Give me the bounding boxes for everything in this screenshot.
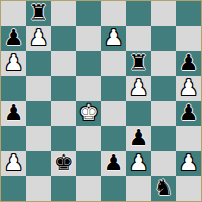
white-pawn: ♟ xyxy=(4,150,24,175)
square-a2[interactable]: ♟ xyxy=(1,151,26,176)
square-b7[interactable]: ♟ xyxy=(26,26,51,51)
square-a3[interactable] xyxy=(1,126,26,151)
black-rook: ♜ xyxy=(29,0,49,25)
square-d7[interactable] xyxy=(76,26,101,51)
square-b2[interactable] xyxy=(26,151,51,176)
square-f2[interactable]: ♟ xyxy=(126,151,151,176)
square-g2[interactable] xyxy=(151,151,176,176)
square-h1[interactable] xyxy=(176,176,201,201)
square-f1[interactable] xyxy=(126,176,151,201)
square-f3[interactable]: ♟ xyxy=(126,126,151,151)
black-knight: ♞ xyxy=(154,175,174,200)
square-g8[interactable] xyxy=(151,1,176,26)
square-g3[interactable] xyxy=(151,126,176,151)
square-d3[interactable] xyxy=(76,126,101,151)
square-h4[interactable]: ♟ xyxy=(176,101,201,126)
square-e8[interactable] xyxy=(101,1,126,26)
square-c2[interactable]: ♚ xyxy=(51,151,76,176)
black-pawn: ♟ xyxy=(4,25,24,50)
square-f6[interactable]: ♜ xyxy=(126,51,151,76)
square-c4[interactable] xyxy=(51,101,76,126)
square-a7[interactable]: ♟ xyxy=(1,26,26,51)
square-d2[interactable] xyxy=(76,151,101,176)
square-f4[interactable] xyxy=(126,101,151,126)
square-c7[interactable] xyxy=(51,26,76,51)
black-pawn: ♟ xyxy=(4,100,24,125)
white-pawn: ♟ xyxy=(129,75,149,100)
square-g1[interactable]: ♞ xyxy=(151,176,176,201)
square-e2[interactable]: ♟ xyxy=(101,151,126,176)
white-pawn: ♟ xyxy=(29,25,49,50)
square-a1[interactable] xyxy=(1,176,26,201)
square-a5[interactable] xyxy=(1,76,26,101)
square-e4[interactable] xyxy=(101,101,126,126)
square-a8[interactable] xyxy=(1,1,26,26)
white-pawn: ♟ xyxy=(129,150,149,175)
square-b8[interactable]: ♜ xyxy=(26,1,51,26)
square-g5[interactable] xyxy=(151,76,176,101)
square-h5[interactable]: ♟ xyxy=(176,76,201,101)
white-pawn: ♟ xyxy=(179,150,199,175)
square-b5[interactable] xyxy=(26,76,51,101)
square-c6[interactable] xyxy=(51,51,76,76)
square-g6[interactable] xyxy=(151,51,176,76)
square-e5[interactable] xyxy=(101,76,126,101)
white-pawn: ♟ xyxy=(179,75,199,100)
black-king: ♚ xyxy=(54,150,74,175)
square-e3[interactable] xyxy=(101,126,126,151)
black-pawn: ♟ xyxy=(179,100,199,125)
square-c5[interactable] xyxy=(51,76,76,101)
square-c1[interactable] xyxy=(51,176,76,201)
square-g7[interactable] xyxy=(151,26,176,51)
square-h3[interactable] xyxy=(176,126,201,151)
square-b4[interactable] xyxy=(26,101,51,126)
square-d1[interactable] xyxy=(76,176,101,201)
square-d4[interactable]: ♚ xyxy=(76,101,101,126)
square-b3[interactable] xyxy=(26,126,51,151)
board-frame: ♜♟♟♟♟♜♟♟♟♟♚♟♟♟♚♟♟♟♞ xyxy=(0,0,202,202)
square-f5[interactable]: ♟ xyxy=(126,76,151,101)
square-d8[interactable] xyxy=(76,1,101,26)
square-h7[interactable] xyxy=(176,26,201,51)
black-rook: ♜ xyxy=(129,50,149,75)
square-c3[interactable] xyxy=(51,126,76,151)
black-pawn: ♟ xyxy=(179,50,199,75)
black-pawn: ♟ xyxy=(104,150,124,175)
white-pawn: ♟ xyxy=(104,25,124,50)
square-c8[interactable] xyxy=(51,1,76,26)
square-b1[interactable] xyxy=(26,176,51,201)
square-h6[interactable]: ♟ xyxy=(176,51,201,76)
chess-board: ♜♟♟♟♟♜♟♟♟♟♚♟♟♟♚♟♟♟♞ xyxy=(1,1,201,201)
black-pawn: ♟ xyxy=(129,125,149,150)
square-f7[interactable] xyxy=(126,26,151,51)
square-e6[interactable] xyxy=(101,51,126,76)
square-d6[interactable] xyxy=(76,51,101,76)
square-f8[interactable] xyxy=(126,1,151,26)
white-king: ♚ xyxy=(79,100,99,125)
white-pawn: ♟ xyxy=(4,50,24,75)
square-h2[interactable]: ♟ xyxy=(176,151,201,176)
square-e1[interactable] xyxy=(101,176,126,201)
square-d5[interactable] xyxy=(76,76,101,101)
square-a6[interactable]: ♟ xyxy=(1,51,26,76)
square-e7[interactable]: ♟ xyxy=(101,26,126,51)
square-g4[interactable] xyxy=(151,101,176,126)
square-b6[interactable] xyxy=(26,51,51,76)
square-a4[interactable]: ♟ xyxy=(1,101,26,126)
square-h8[interactable] xyxy=(176,1,201,26)
